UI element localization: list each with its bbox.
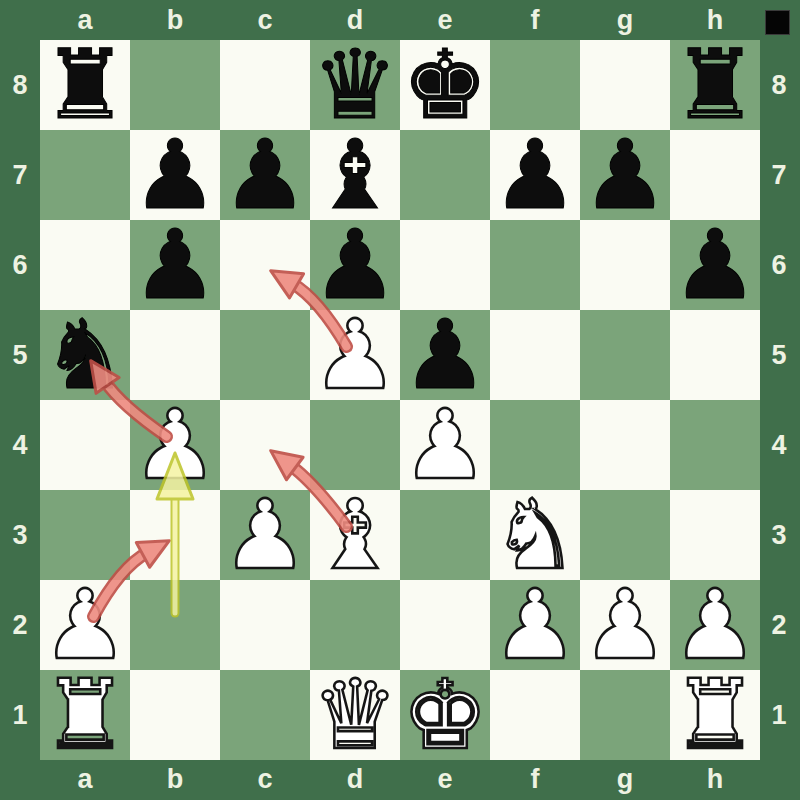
white-rook-h1[interactable]: ♜ bbox=[672, 670, 758, 760]
white-pawn-f2[interactable]: ♟ bbox=[492, 580, 578, 670]
white-knight-f3[interactable]: ♞ bbox=[492, 490, 578, 580]
white-pawn-c3[interactable]: ♟ bbox=[222, 490, 308, 580]
square-e2[interactable] bbox=[400, 580, 490, 670]
black-king-e8[interactable]: ♚ bbox=[402, 40, 488, 130]
white-pawn-g2[interactable]: ♟ bbox=[582, 580, 668, 670]
square-d4[interactable] bbox=[310, 400, 400, 490]
square-d8[interactable]: ♛ bbox=[310, 40, 400, 130]
square-e7[interactable] bbox=[400, 130, 490, 220]
black-queen-d8[interactable]: ♛ bbox=[312, 40, 398, 130]
square-d1[interactable]: ♛ bbox=[310, 670, 400, 760]
black-rook-h8[interactable]: ♜ bbox=[672, 40, 758, 130]
square-f2[interactable]: ♟ bbox=[490, 580, 580, 670]
rank-labels-left: 87654321 bbox=[0, 40, 40, 760]
rank-label-6: 6 bbox=[758, 220, 800, 310]
square-a1[interactable]: ♜ bbox=[40, 670, 130, 760]
file-label-h: h bbox=[670, 758, 760, 800]
rank-label-4: 4 bbox=[758, 400, 800, 490]
file-label-e: e bbox=[400, 758, 490, 800]
black-pawn-c7[interactable]: ♟ bbox=[222, 130, 308, 220]
square-f4[interactable] bbox=[490, 400, 580, 490]
rank-label-6: 6 bbox=[0, 220, 40, 310]
square-a8[interactable]: ♜ bbox=[40, 40, 130, 130]
rank-label-3: 3 bbox=[758, 490, 800, 580]
square-b4[interactable]: ♟ bbox=[130, 400, 220, 490]
rank-label-1: 1 bbox=[0, 670, 40, 760]
square-e3[interactable] bbox=[400, 490, 490, 580]
black-to-move-indicator bbox=[765, 10, 790, 35]
black-pawn-f7[interactable]: ♟ bbox=[492, 130, 578, 220]
file-labels-top: abcdefgh bbox=[40, 0, 760, 40]
rank-label-7: 7 bbox=[758, 130, 800, 220]
square-b3[interactable] bbox=[130, 490, 220, 580]
file-label-c: c bbox=[220, 0, 310, 40]
file-label-c: c bbox=[220, 758, 310, 800]
square-h8[interactable]: ♜ bbox=[670, 40, 760, 130]
square-h2[interactable]: ♟ bbox=[670, 580, 760, 670]
white-queen-d1[interactable]: ♛ bbox=[312, 670, 398, 760]
square-e5[interactable]: ♟ bbox=[400, 310, 490, 400]
square-a2[interactable]: ♟ bbox=[40, 580, 130, 670]
square-e8[interactable]: ♚ bbox=[400, 40, 490, 130]
black-knight-a5[interactable]: ♞ bbox=[42, 310, 128, 400]
black-rook-a8[interactable]: ♜ bbox=[42, 40, 128, 130]
rank-label-5: 5 bbox=[758, 310, 800, 400]
square-a4[interactable] bbox=[40, 400, 130, 490]
chess-board[interactable]: ♜♛♚♜♟♟♝♟♟♟♟♟♞♟♟♟♟♟♝♞♟♟♟♟♜♛♚♜ bbox=[40, 40, 760, 760]
file-label-g: g bbox=[580, 758, 670, 800]
square-g3[interactable] bbox=[580, 490, 670, 580]
square-c1[interactable] bbox=[220, 670, 310, 760]
file-label-f: f bbox=[490, 758, 580, 800]
square-g4[interactable] bbox=[580, 400, 670, 490]
file-label-a: a bbox=[40, 758, 130, 800]
square-g6[interactable] bbox=[580, 220, 670, 310]
square-h7[interactable] bbox=[670, 130, 760, 220]
square-h5[interactable] bbox=[670, 310, 760, 400]
file-label-d: d bbox=[310, 758, 400, 800]
rank-labels-right: 87654321 bbox=[758, 40, 800, 760]
file-label-g: g bbox=[580, 0, 670, 40]
square-c3[interactable]: ♟ bbox=[220, 490, 310, 580]
square-d7[interactable]: ♝ bbox=[310, 130, 400, 220]
black-pawn-b7[interactable]: ♟ bbox=[132, 130, 218, 220]
square-e4[interactable]: ♟ bbox=[400, 400, 490, 490]
rank-label-2: 2 bbox=[758, 580, 800, 670]
square-b8[interactable] bbox=[130, 40, 220, 130]
square-g2[interactable]: ♟ bbox=[580, 580, 670, 670]
square-d2[interactable] bbox=[310, 580, 400, 670]
square-f3[interactable]: ♞ bbox=[490, 490, 580, 580]
square-d3[interactable]: ♝ bbox=[310, 490, 400, 580]
white-pawn-h2[interactable]: ♟ bbox=[672, 580, 758, 670]
square-g5[interactable] bbox=[580, 310, 670, 400]
black-pawn-e5[interactable]: ♟ bbox=[402, 310, 488, 400]
black-pawn-b6[interactable]: ♟ bbox=[132, 220, 218, 310]
square-f7[interactable]: ♟ bbox=[490, 130, 580, 220]
square-g1[interactable] bbox=[580, 670, 670, 760]
white-pawn-d5[interactable]: ♟ bbox=[312, 310, 398, 400]
rank-label-8: 8 bbox=[0, 40, 40, 130]
square-b7[interactable]: ♟ bbox=[130, 130, 220, 220]
file-labels-bottom: abcdefgh bbox=[40, 758, 760, 800]
square-a7[interactable] bbox=[40, 130, 130, 220]
square-c7[interactable]: ♟ bbox=[220, 130, 310, 220]
rank-label-1: 1 bbox=[758, 670, 800, 760]
rank-label-2: 2 bbox=[0, 580, 40, 670]
white-rook-a1[interactable]: ♜ bbox=[42, 670, 128, 760]
white-bishop-d3[interactable]: ♝ bbox=[312, 490, 398, 580]
file-label-b: b bbox=[130, 0, 220, 40]
black-pawn-d6[interactable]: ♟ bbox=[312, 220, 398, 310]
black-pawn-h6[interactable]: ♟ bbox=[672, 220, 758, 310]
square-c6[interactable] bbox=[220, 220, 310, 310]
square-c8[interactable] bbox=[220, 40, 310, 130]
chessboard-widget: abcdefgh 87654321 ♜♛♚♜♟♟♝♟♟♟♟♟♞♟♟♟♟♟♝♞♟♟… bbox=[0, 0, 800, 800]
square-b1[interactable] bbox=[130, 670, 220, 760]
square-e1[interactable]: ♚ bbox=[400, 670, 490, 760]
square-f8[interactable] bbox=[490, 40, 580, 130]
rank-label-8: 8 bbox=[758, 40, 800, 130]
white-king-e1[interactable]: ♚ bbox=[402, 670, 488, 760]
square-e6[interactable] bbox=[400, 220, 490, 310]
square-b2[interactable] bbox=[130, 580, 220, 670]
black-pawn-g7[interactable]: ♟ bbox=[582, 130, 668, 220]
square-f6[interactable] bbox=[490, 220, 580, 310]
square-f1[interactable] bbox=[490, 670, 580, 760]
file-label-f: f bbox=[490, 0, 580, 40]
square-h3[interactable] bbox=[670, 490, 760, 580]
black-bishop-d7[interactable]: ♝ bbox=[312, 130, 398, 220]
square-a5[interactable]: ♞ bbox=[40, 310, 130, 400]
square-d6[interactable]: ♟ bbox=[310, 220, 400, 310]
square-b5[interactable] bbox=[130, 310, 220, 400]
square-f5[interactable] bbox=[490, 310, 580, 400]
square-c5[interactable] bbox=[220, 310, 310, 400]
square-c4[interactable] bbox=[220, 400, 310, 490]
file-label-b: b bbox=[130, 758, 220, 800]
square-a6[interactable] bbox=[40, 220, 130, 310]
rank-label-3: 3 bbox=[0, 490, 40, 580]
square-h6[interactable]: ♟ bbox=[670, 220, 760, 310]
white-pawn-e4[interactable]: ♟ bbox=[402, 400, 488, 490]
square-g8[interactable] bbox=[580, 40, 670, 130]
square-g7[interactable]: ♟ bbox=[580, 130, 670, 220]
rank-label-7: 7 bbox=[0, 130, 40, 220]
square-d5[interactable]: ♟ bbox=[310, 310, 400, 400]
square-a3[interactable] bbox=[40, 490, 130, 580]
rank-label-5: 5 bbox=[0, 310, 40, 400]
rank-label-4: 4 bbox=[0, 400, 40, 490]
white-pawn-b4[interactable]: ♟ bbox=[132, 400, 218, 490]
square-h4[interactable] bbox=[670, 400, 760, 490]
white-pawn-a2[interactable]: ♟ bbox=[42, 580, 128, 670]
square-b6[interactable]: ♟ bbox=[130, 220, 220, 310]
square-c2[interactable] bbox=[220, 580, 310, 670]
square-h1[interactable]: ♜ bbox=[670, 670, 760, 760]
